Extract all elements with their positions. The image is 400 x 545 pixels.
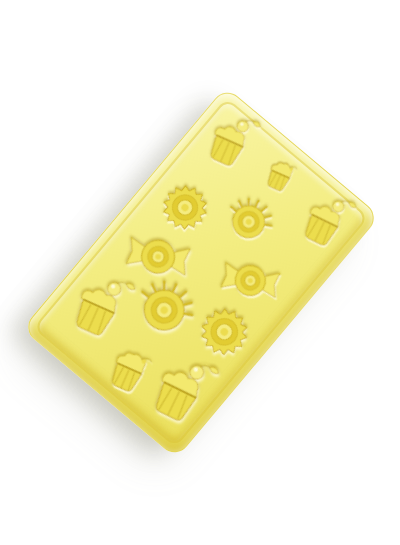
cavity-cupcake-swirl [107,347,152,395]
cavity-cupcake-cherry [149,349,220,427]
cavity-candy [220,260,280,300]
cavity-gear-sun [155,177,216,238]
cavity-eyelash-sun [221,191,279,247]
product-photo [0,0,400,545]
cavity-cupcake-swirl [264,159,297,194]
cavity-cupcake-cherry [70,268,137,342]
cavity-cupcake-cherry [300,188,358,251]
cavity-eyelash-sun [130,272,201,341]
silicone-mold-tray [22,86,381,459]
mold-cavities-svg [23,88,379,458]
cavity-layer [42,100,370,443]
cavity-gear-sun [192,300,256,364]
cavity-candy [125,235,190,279]
cavity-cupcake-cherry [205,108,262,171]
photo-background: { "scene": { "type": "product-photo", "d… [0,0,400,545]
